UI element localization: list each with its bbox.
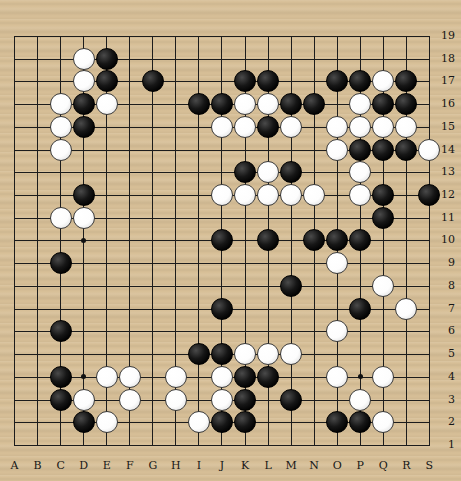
- row-label: 17: [433, 74, 455, 87]
- white-stone[interactable]: [372, 70, 394, 92]
- column-label: B: [28, 459, 48, 472]
- row-label: 18: [433, 52, 455, 65]
- star-point: [81, 374, 86, 379]
- black-stone[interactable]: [372, 207, 394, 229]
- black-stone[interactable]: [188, 93, 210, 115]
- column-label: L: [258, 459, 278, 472]
- black-stone[interactable]: [50, 320, 72, 342]
- black-stone[interactable]: [280, 93, 302, 115]
- black-stone[interactable]: [395, 93, 417, 115]
- column-label: J: [212, 459, 232, 472]
- black-stone[interactable]: [211, 93, 233, 115]
- black-stone[interactable]: [372, 184, 394, 206]
- column-label: H: [166, 459, 186, 472]
- white-stone[interactable]: [395, 298, 417, 320]
- white-stone[interactable]: [211, 116, 233, 138]
- white-stone[interactable]: [73, 48, 95, 70]
- white-stone[interactable]: [326, 252, 348, 274]
- black-stone[interactable]: [280, 275, 302, 297]
- white-stone[interactable]: [234, 184, 256, 206]
- black-stone[interactable]: [349, 70, 371, 92]
- black-stone[interactable]: [395, 70, 417, 92]
- white-stone[interactable]: [303, 184, 325, 206]
- black-stone[interactable]: [280, 161, 302, 183]
- grid-line: [14, 36, 430, 37]
- black-stone[interactable]: [211, 229, 233, 251]
- black-stone[interactable]: [73, 184, 95, 206]
- row-label: 13: [433, 165, 455, 178]
- white-stone[interactable]: [395, 116, 417, 138]
- column-label: K: [235, 459, 255, 472]
- star-point: [81, 238, 86, 243]
- black-stone[interactable]: [257, 70, 279, 92]
- white-stone[interactable]: [119, 366, 141, 388]
- black-stone[interactable]: [326, 411, 348, 433]
- white-stone[interactable]: [165, 389, 187, 411]
- black-stone[interactable]: [211, 298, 233, 320]
- white-stone[interactable]: [372, 366, 394, 388]
- black-stone[interactable]: [234, 411, 256, 433]
- white-stone[interactable]: [372, 411, 394, 433]
- column-label: F: [120, 459, 140, 472]
- star-point: [358, 374, 363, 379]
- white-stone[interactable]: [349, 93, 371, 115]
- black-stone[interactable]: [234, 366, 256, 388]
- grid-line: [14, 263, 430, 264]
- row-label: 11: [433, 211, 455, 224]
- go-board-screenshot: ABCDEFGHIJKLMNOPQRS 19181716151413121110…: [0, 0, 461, 481]
- white-stone[interactable]: [50, 207, 72, 229]
- black-stone[interactable]: [349, 229, 371, 251]
- white-stone[interactable]: [188, 411, 210, 433]
- black-stone[interactable]: [234, 70, 256, 92]
- black-stone[interactable]: [280, 389, 302, 411]
- white-stone[interactable]: [257, 184, 279, 206]
- grid-line: [14, 331, 430, 332]
- black-stone[interactable]: [73, 116, 95, 138]
- row-label: 6: [433, 324, 455, 337]
- black-stone[interactable]: [50, 389, 72, 411]
- white-stone[interactable]: [211, 366, 233, 388]
- column-label: G: [143, 459, 163, 472]
- column-label: A: [5, 459, 25, 472]
- column-label: N: [304, 459, 324, 472]
- column-label: I: [189, 459, 209, 472]
- white-stone[interactable]: [73, 70, 95, 92]
- white-stone[interactable]: [257, 93, 279, 115]
- black-stone[interactable]: [395, 139, 417, 161]
- black-stone[interactable]: [349, 411, 371, 433]
- row-label: 7: [433, 302, 455, 315]
- row-label: 8: [433, 279, 455, 292]
- black-stone[interactable]: [303, 229, 325, 251]
- white-stone[interactable]: [326, 366, 348, 388]
- white-stone[interactable]: [349, 184, 371, 206]
- white-stone[interactable]: [73, 389, 95, 411]
- black-stone[interactable]: [188, 343, 210, 365]
- white-stone[interactable]: [326, 139, 348, 161]
- white-stone[interactable]: [257, 343, 279, 365]
- white-stone[interactable]: [372, 275, 394, 297]
- grid-line: [14, 286, 430, 287]
- white-stone[interactable]: [50, 93, 72, 115]
- black-stone[interactable]: [349, 298, 371, 320]
- white-stone[interactable]: [165, 366, 187, 388]
- white-stone[interactable]: [96, 366, 118, 388]
- column-label: M: [281, 459, 301, 472]
- white-stone[interactable]: [349, 389, 371, 411]
- row-label: 12: [433, 188, 455, 201]
- row-label: 10: [433, 233, 455, 246]
- row-label: 5: [433, 347, 455, 360]
- row-label: 15: [433, 120, 455, 133]
- column-label: E: [97, 459, 117, 472]
- white-stone[interactable]: [280, 184, 302, 206]
- row-label: 14: [433, 143, 455, 156]
- black-stone[interactable]: [257, 229, 279, 251]
- white-stone[interactable]: [326, 116, 348, 138]
- white-stone[interactable]: [73, 207, 95, 229]
- black-stone[interactable]: [234, 161, 256, 183]
- white-stone[interactable]: [349, 161, 371, 183]
- white-stone[interactable]: [234, 116, 256, 138]
- column-label: D: [74, 459, 94, 472]
- black-stone[interactable]: [73, 411, 95, 433]
- black-stone[interactable]: [372, 93, 394, 115]
- row-label: 19: [433, 29, 455, 42]
- white-stone[interactable]: [234, 343, 256, 365]
- black-stone[interactable]: [50, 366, 72, 388]
- column-label: P: [350, 459, 370, 472]
- grid-line: [14, 445, 430, 446]
- black-stone[interactable]: [303, 93, 325, 115]
- black-stone[interactable]: [257, 116, 279, 138]
- black-stone[interactable]: [50, 252, 72, 274]
- white-stone[interactable]: [211, 184, 233, 206]
- row-label: 4: [433, 370, 455, 383]
- column-label: C: [51, 459, 71, 472]
- row-label: 9: [433, 256, 455, 269]
- white-stone[interactable]: [119, 389, 141, 411]
- column-label: O: [327, 459, 347, 472]
- black-stone[interactable]: [372, 139, 394, 161]
- row-label: 2: [433, 415, 455, 428]
- black-stone[interactable]: [96, 48, 118, 70]
- black-stone[interactable]: [349, 139, 371, 161]
- white-stone[interactable]: [234, 93, 256, 115]
- white-stone[interactable]: [211, 389, 233, 411]
- white-stone[interactable]: [349, 116, 371, 138]
- white-stone[interactable]: [50, 139, 72, 161]
- white-stone[interactable]: [96, 411, 118, 433]
- black-stone[interactable]: [142, 70, 164, 92]
- row-label: 16: [433, 97, 455, 110]
- black-stone[interactable]: [326, 70, 348, 92]
- white-stone[interactable]: [280, 343, 302, 365]
- black-stone[interactable]: [73, 93, 95, 115]
- black-stone[interactable]: [326, 229, 348, 251]
- black-stone[interactable]: [211, 343, 233, 365]
- white-stone[interactable]: [257, 161, 279, 183]
- white-stone[interactable]: [50, 116, 72, 138]
- black-stone[interactable]: [211, 411, 233, 433]
- column-label: Q: [373, 459, 393, 472]
- row-label: 1: [433, 438, 455, 451]
- white-stone[interactable]: [96, 93, 118, 115]
- white-stone[interactable]: [372, 116, 394, 138]
- white-stone[interactable]: [326, 320, 348, 342]
- white-stone[interactable]: [280, 116, 302, 138]
- column-label: R: [396, 459, 416, 472]
- column-label: S: [419, 459, 439, 472]
- row-label: 3: [433, 393, 455, 406]
- black-stone[interactable]: [257, 366, 279, 388]
- black-stone[interactable]: [96, 70, 118, 92]
- black-stone[interactable]: [234, 389, 256, 411]
